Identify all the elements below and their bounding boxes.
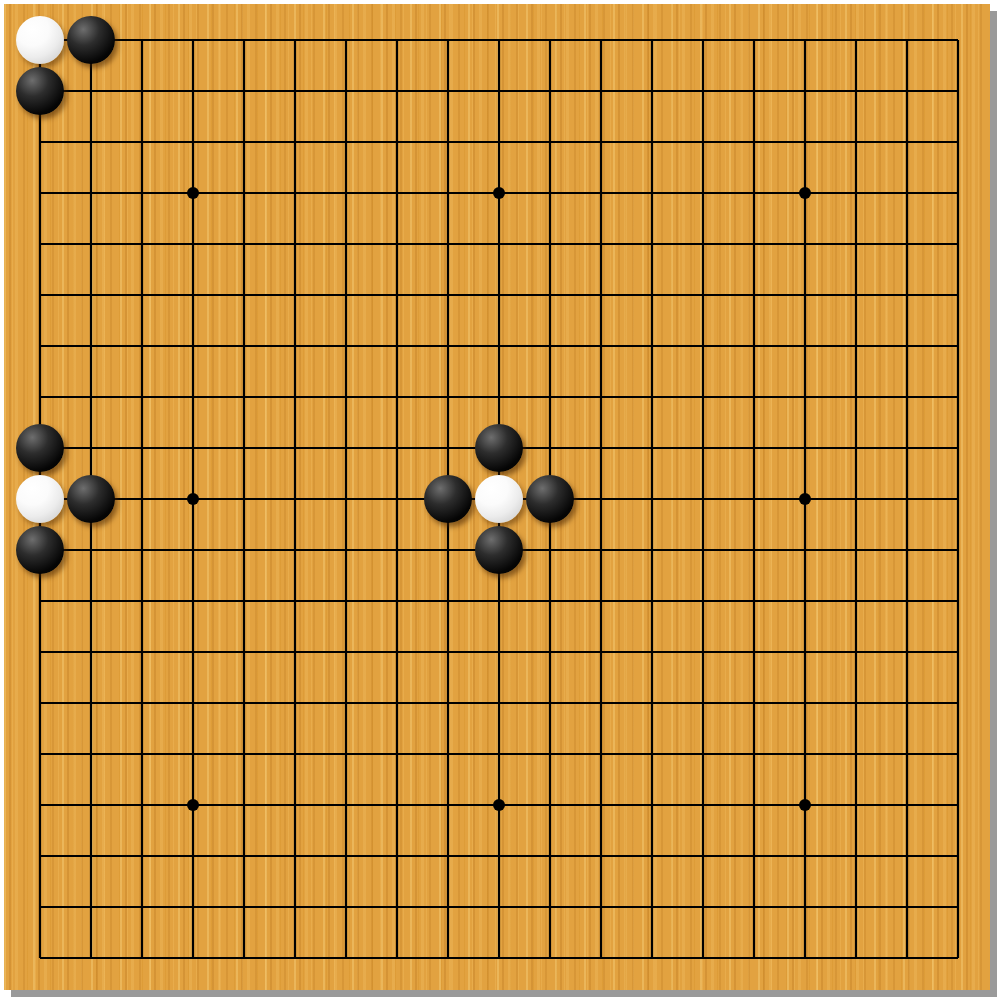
page [0, 0, 1000, 1000]
stone-black[interactable] [16, 67, 64, 115]
stone-black[interactable] [475, 526, 523, 574]
stone-white[interactable] [16, 16, 64, 64]
stone-black[interactable] [16, 526, 64, 574]
star-point [187, 493, 199, 505]
star-point [799, 799, 811, 811]
star-point [493, 187, 505, 199]
stone-black[interactable] [526, 475, 574, 523]
stone-white[interactable] [475, 475, 523, 523]
stone-white[interactable] [16, 475, 64, 523]
star-point [799, 493, 811, 505]
stone-black[interactable] [475, 424, 523, 472]
star-point [187, 187, 199, 199]
stone-black[interactable] [424, 475, 472, 523]
star-point [187, 799, 199, 811]
star-point [799, 187, 811, 199]
go-board[interactable] [4, 4, 990, 990]
stone-black[interactable] [67, 16, 115, 64]
star-point [493, 799, 505, 811]
stone-black[interactable] [16, 424, 64, 472]
stone-black[interactable] [67, 475, 115, 523]
